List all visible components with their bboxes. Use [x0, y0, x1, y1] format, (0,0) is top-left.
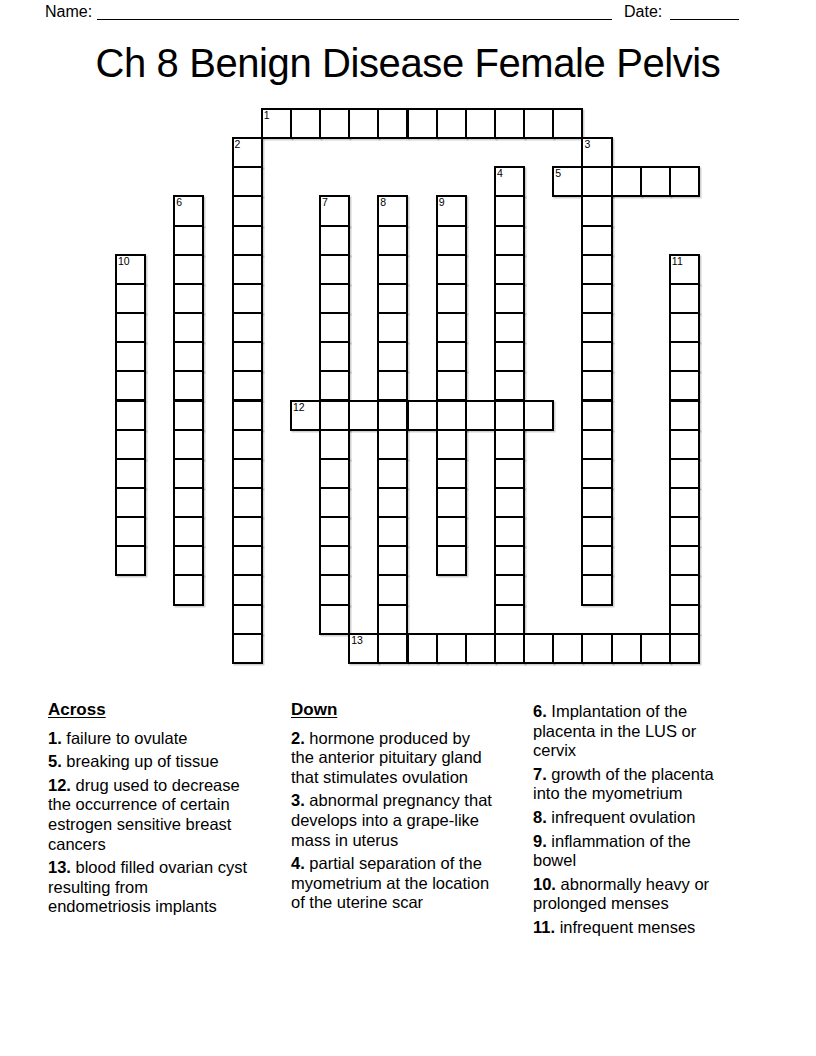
- grid-cell[interactable]: [669, 633, 700, 664]
- grid-cell[interactable]: 10: [115, 254, 146, 285]
- grid-cell[interactable]: [581, 283, 612, 314]
- grid-cell[interactable]: 1: [261, 108, 292, 139]
- grid-cell[interactable]: [319, 370, 350, 401]
- grid-cell[interactable]: [377, 108, 408, 139]
- grid-cell[interactable]: [319, 545, 350, 576]
- grid-cell[interactable]: 13: [348, 633, 379, 664]
- grid-cell[interactable]: [232, 633, 263, 664]
- grid-cell[interactable]: [319, 225, 350, 256]
- clue: 9. inflammation of the bowel: [533, 832, 738, 871]
- name-input-line[interactable]: [97, 2, 612, 20]
- grid-cell[interactable]: [173, 458, 204, 489]
- grid-cell[interactable]: [436, 283, 467, 314]
- date-label: Date:: [624, 2, 662, 22]
- clue: 7. growth of the placenta into the myome…: [533, 765, 738, 804]
- grid-cell[interactable]: [115, 545, 146, 576]
- grid-cell[interactable]: [611, 166, 642, 197]
- grid-cell[interactable]: [436, 545, 467, 576]
- clue-number: 11.: [533, 918, 560, 936]
- grid-cell[interactable]: [319, 312, 350, 343]
- cell-number: 2: [235, 139, 241, 150]
- grid-cell[interactable]: [232, 312, 263, 343]
- clue-number: 10.: [533, 875, 561, 893]
- clue: 11. infrequent menses: [533, 918, 738, 938]
- grid-cell[interactable]: [581, 254, 612, 285]
- across-header: Across: [48, 700, 248, 720]
- grid-cell[interactable]: [581, 458, 612, 489]
- grid-cell[interactable]: [494, 604, 525, 635]
- clue: 3. abnormal pregnancy that develops into…: [291, 791, 496, 850]
- cell-number: 5: [555, 168, 561, 179]
- grid-cell[interactable]: [377, 429, 408, 460]
- cell-number: 12: [293, 402, 305, 413]
- grid-cell[interactable]: [115, 283, 146, 314]
- grid-cell[interactable]: [232, 516, 263, 547]
- grid-cell[interactable]: [552, 633, 583, 664]
- grid-cell[interactable]: [465, 400, 496, 431]
- grid-cell[interactable]: [436, 370, 467, 401]
- grid-cell[interactable]: [436, 254, 467, 285]
- grid-cell[interactable]: [494, 225, 525, 256]
- grid-cell[interactable]: [319, 283, 350, 314]
- clue-number: 6.: [533, 702, 551, 720]
- grid-cell[interactable]: [669, 400, 700, 431]
- grid-cell[interactable]: [581, 574, 612, 605]
- grid-cell[interactable]: [581, 166, 612, 197]
- grid-cell[interactable]: [669, 370, 700, 401]
- grid-cell[interactable]: [173, 225, 204, 256]
- clue: 4. partial separation of the myometrium …: [291, 854, 496, 913]
- grid-cell[interactable]: [348, 400, 379, 431]
- clue: 5. breaking up of tissue: [48, 752, 248, 772]
- grid-cell[interactable]: [611, 633, 642, 664]
- grid-cell[interactable]: [232, 545, 263, 576]
- grid-cell[interactable]: [290, 108, 321, 139]
- grid-cell[interactable]: [494, 254, 525, 285]
- grid-cell[interactable]: [115, 516, 146, 547]
- cell-number: 7: [322, 197, 328, 208]
- grid-cell[interactable]: 8: [377, 195, 408, 226]
- grid-cell[interactable]: [581, 545, 612, 576]
- grid-cell[interactable]: [319, 400, 350, 431]
- grid-cell[interactable]: [319, 254, 350, 285]
- down-clues-column-continued: 6. Implantation of the placenta in the L…: [533, 702, 738, 942]
- grid-cell[interactable]: [407, 108, 438, 139]
- grid-cell[interactable]: [465, 108, 496, 139]
- grid-cell[interactable]: [494, 516, 525, 547]
- across-clues-list: 1. failure to ovulate5. breaking up of t…: [48, 729, 248, 917]
- grid-cell[interactable]: [232, 604, 263, 635]
- clue-number: 1.: [48, 729, 66, 747]
- grid-cell[interactable]: [581, 370, 612, 401]
- grid-cell[interactable]: [407, 400, 438, 431]
- cell-number: 4: [497, 168, 503, 179]
- grid-cell[interactable]: [377, 516, 408, 547]
- cell-number: 6: [176, 197, 182, 208]
- grid-cell[interactable]: [494, 633, 525, 664]
- down-clues-column: Down 2. hormone produced by the anterior…: [291, 700, 496, 917]
- grid-cell[interactable]: [115, 341, 146, 372]
- grid-cell[interactable]: [348, 108, 379, 139]
- grid-cell[interactable]: [640, 166, 671, 197]
- cell-number: 9: [439, 197, 445, 208]
- grid-cell[interactable]: [319, 429, 350, 460]
- grid-cell[interactable]: [494, 108, 525, 139]
- grid-cell[interactable]: [436, 429, 467, 460]
- grid-cell[interactable]: [581, 225, 612, 256]
- grid-cell[interactable]: [669, 312, 700, 343]
- grid-cell[interactable]: [523, 400, 554, 431]
- grid-cell[interactable]: [581, 312, 612, 343]
- grid-cell[interactable]: [232, 487, 263, 518]
- grid-cell[interactable]: [436, 458, 467, 489]
- clue-number: 7.: [533, 765, 551, 783]
- clue-number: 3.: [291, 791, 309, 809]
- grid-cell[interactable]: [319, 487, 350, 518]
- cell-number: 10: [118, 256, 130, 267]
- down-clues-list: 2. hormone produced by the anterior pitu…: [291, 729, 496, 913]
- grid-cell[interactable]: [436, 487, 467, 518]
- grid-cell[interactable]: [552, 108, 583, 139]
- clue-number: 8.: [533, 808, 551, 826]
- grid-cell[interactable]: [319, 516, 350, 547]
- grid-cell[interactable]: [232, 166, 263, 197]
- grid-cell[interactable]: [115, 370, 146, 401]
- grid-cell[interactable]: [581, 516, 612, 547]
- grid-cell[interactable]: [115, 312, 146, 343]
- grid-cell[interactable]: [173, 400, 204, 431]
- grid-cell[interactable]: [377, 574, 408, 605]
- down-header: Down: [291, 700, 496, 720]
- grid-cell[interactable]: [377, 458, 408, 489]
- grid-cell[interactable]: [377, 225, 408, 256]
- grid-cell[interactable]: [232, 225, 263, 256]
- grid-cell[interactable]: [115, 487, 146, 518]
- grid-cell[interactable]: [523, 633, 554, 664]
- clue: 6. Implantation of the placenta in the L…: [533, 702, 738, 761]
- grid-cell[interactable]: [232, 574, 263, 605]
- date-input-line[interactable]: [670, 2, 739, 20]
- grid-cell[interactable]: [232, 429, 263, 460]
- grid-cell[interactable]: [494, 341, 525, 372]
- grid-cell[interactable]: [173, 370, 204, 401]
- cell-number: 11: [672, 256, 683, 267]
- grid-cell[interactable]: 11: [669, 254, 700, 285]
- clue: 2. hormone produced by the anterior pitu…: [291, 729, 496, 788]
- grid-cell[interactable]: [494, 312, 525, 343]
- clue: 13. blood filled ovarian cyst resulting …: [48, 858, 248, 917]
- grid-cell[interactable]: [494, 545, 525, 576]
- grid-cell[interactable]: [640, 633, 671, 664]
- grid-cell[interactable]: [494, 429, 525, 460]
- grid-cell[interactable]: [319, 458, 350, 489]
- clue-number: 12.: [48, 776, 76, 794]
- grid-cell[interactable]: [581, 341, 612, 372]
- grid-cell[interactable]: [232, 458, 263, 489]
- grid-cell[interactable]: [669, 574, 700, 605]
- clue: 12. drug used to decrease the occurrence…: [48, 776, 248, 854]
- grid-cell[interactable]: [465, 633, 496, 664]
- clue-number: 2.: [291, 729, 309, 747]
- grid-cell[interactable]: [523, 108, 554, 139]
- grid-cell[interactable]: [494, 195, 525, 226]
- grid-cell[interactable]: [173, 516, 204, 547]
- grid-cell[interactable]: [377, 341, 408, 372]
- down-clues-list-continued: 6. Implantation of the placenta in the L…: [533, 702, 738, 938]
- grid-cell[interactable]: 5: [552, 166, 583, 197]
- grid-cell[interactable]: [377, 254, 408, 285]
- grid-cell[interactable]: [669, 341, 700, 372]
- grid-cell[interactable]: [173, 283, 204, 314]
- grid-cell[interactable]: [436, 516, 467, 547]
- grid-cell[interactable]: 2: [232, 137, 263, 168]
- grid-cell[interactable]: 6: [173, 195, 204, 226]
- grid-cell[interactable]: 4: [494, 166, 525, 197]
- name-label: Name:: [45, 2, 92, 22]
- grid-cell[interactable]: [173, 487, 204, 518]
- grid-cell[interactable]: [669, 487, 700, 518]
- grid-cell[interactable]: [436, 225, 467, 256]
- grid-cell[interactable]: [173, 429, 204, 460]
- grid-cell[interactable]: [581, 487, 612, 518]
- grid-cell[interactable]: [377, 545, 408, 576]
- grid-cell[interactable]: [377, 487, 408, 518]
- grid-cell[interactable]: [232, 195, 263, 226]
- grid-cell[interactable]: 3: [581, 137, 612, 168]
- grid-cell[interactable]: [581, 429, 612, 460]
- grid-cell[interactable]: [232, 370, 263, 401]
- crossword-grid: 12345678910111213: [115, 108, 700, 664]
- grid-cell[interactable]: [669, 604, 700, 635]
- grid-cell[interactable]: [232, 254, 263, 285]
- clue-number: 4.: [291, 854, 309, 872]
- grid-cell[interactable]: [319, 108, 350, 139]
- grid-cell[interactable]: [436, 108, 467, 139]
- grid-cell[interactable]: 7: [319, 195, 350, 226]
- grid-cell[interactable]: [173, 574, 204, 605]
- cell-number: 8: [380, 197, 386, 208]
- clue-number: 5.: [48, 752, 66, 770]
- grid-cell[interactable]: [669, 516, 700, 547]
- grid-cell[interactable]: [669, 545, 700, 576]
- grid-cell[interactable]: [115, 429, 146, 460]
- grid-cell[interactable]: [407, 633, 438, 664]
- grid-cell[interactable]: [494, 283, 525, 314]
- grid-cell[interactable]: [669, 166, 700, 197]
- clue: 1. failure to ovulate: [48, 729, 248, 749]
- grid-cell[interactable]: 12: [290, 400, 321, 431]
- grid-cell[interactable]: [436, 341, 467, 372]
- grid-cell[interactable]: [319, 341, 350, 372]
- grid-cell[interactable]: [581, 633, 612, 664]
- grid-cell[interactable]: [173, 254, 204, 285]
- grid-cell[interactable]: [669, 458, 700, 489]
- cell-number: 3: [584, 139, 590, 150]
- grid-cell[interactable]: [377, 633, 408, 664]
- grid-cell[interactable]: [436, 633, 467, 664]
- across-clues-column: Across 1. failure to ovulate5. breaking …: [48, 700, 248, 921]
- grid-cell[interactable]: [494, 458, 525, 489]
- grid-cell[interactable]: [173, 341, 204, 372]
- grid-cell[interactable]: [232, 283, 263, 314]
- grid-cell[interactable]: [232, 400, 263, 431]
- cell-number: 1: [264, 110, 270, 121]
- grid-cell[interactable]: [436, 400, 467, 431]
- clue: 10. abnormally heavy or prolonged menses: [533, 875, 738, 914]
- grid-cell[interactable]: [669, 283, 700, 314]
- grid-cell[interactable]: [436, 312, 467, 343]
- grid-cell[interactable]: [232, 341, 263, 372]
- grid-cell[interactable]: [115, 458, 146, 489]
- grid-cell[interactable]: [377, 312, 408, 343]
- clue-number: 9.: [533, 832, 551, 850]
- grid-cell[interactable]: [494, 574, 525, 605]
- grid-cell[interactable]: [669, 429, 700, 460]
- grid-cell[interactable]: [377, 400, 408, 431]
- grid-cell[interactable]: [494, 400, 525, 431]
- grid-cell[interactable]: [581, 400, 612, 431]
- grid-cell[interactable]: [377, 283, 408, 314]
- grid-cell[interactable]: [173, 545, 204, 576]
- clue: 8. infrequent ovulation: [533, 808, 738, 828]
- grid-cell[interactable]: 9: [436, 195, 467, 226]
- clue-number: 13.: [48, 858, 76, 876]
- cell-number: 13: [351, 635, 363, 646]
- page-title: Ch 8 Benign Disease Female Pelvis: [0, 40, 816, 86]
- grid-cell[interactable]: [377, 604, 408, 635]
- grid-cell[interactable]: [319, 604, 350, 635]
- grid-cell[interactable]: [494, 370, 525, 401]
- grid-cell[interactable]: [494, 487, 525, 518]
- grid-cell[interactable]: [115, 400, 146, 431]
- grid-cell[interactable]: [173, 312, 204, 343]
- grid-cell[interactable]: [377, 370, 408, 401]
- grid-cell[interactable]: [319, 574, 350, 605]
- grid-cell[interactable]: [581, 195, 612, 226]
